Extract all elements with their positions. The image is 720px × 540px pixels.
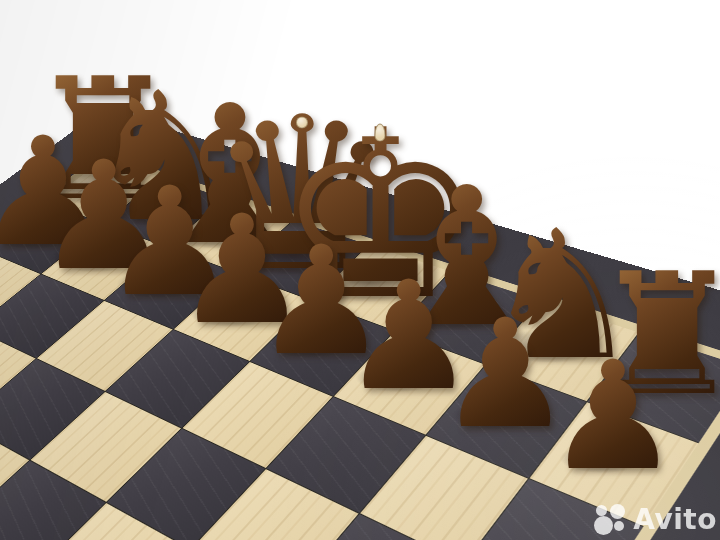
- avito-watermark: Avito: [594, 503, 717, 536]
- chessboard: [0, 110, 720, 540]
- avito-logo-icon: [594, 503, 628, 536]
- watermark-text: Avito: [633, 503, 717, 536]
- chess-set-photo[interactable]: ♜♞♝♛♚♝♞♜♟♟♟♟♟♟♟♟ Avito: [0, 0, 720, 540]
- queen-finial: [296, 117, 308, 129]
- king-finial: [375, 123, 386, 141]
- board-grid: [0, 158, 720, 540]
